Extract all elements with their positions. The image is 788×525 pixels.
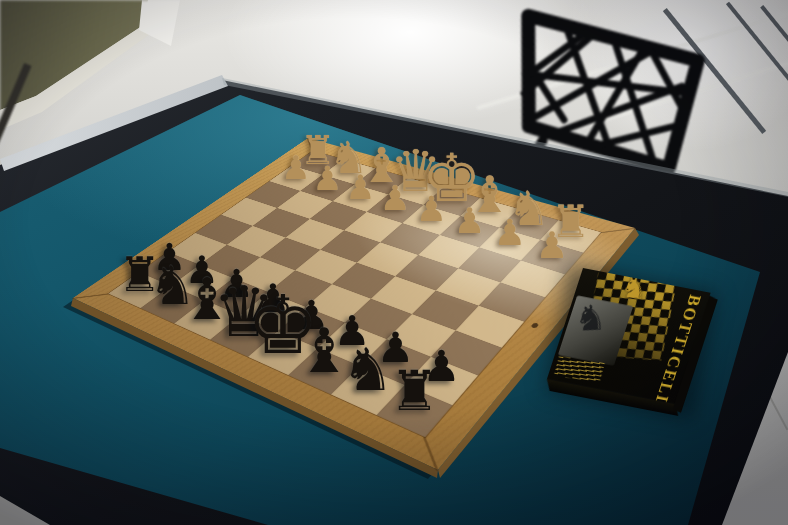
piece-white-pawn[interactable]: ♟ [494, 215, 526, 251]
piece-white-pawn[interactable]: ♟ [536, 227, 569, 264]
piece-white-pawn[interactable]: ♟ [416, 192, 447, 227]
piece-black-rook[interactable]: ♜ [390, 365, 440, 420]
piece-white-pawn[interactable]: ♟ [454, 203, 486, 238]
piece-white-pawn[interactable]: ♟ [380, 181, 411, 215]
photo-scene: ♜♞♝♛♚♝♞♜♟♟♟♟♟♟♟♟♟♟♟♟♟♟♟♟♜♞♝♛♚♝♞♜ ♞ ♞ BOT… [0, 0, 788, 525]
piece-white-pawn[interactable]: ♟ [312, 161, 342, 194]
piece-black-knight[interactable]: ♞ [342, 341, 395, 400]
knight-art-icon: ♞ [573, 300, 609, 337]
piece-white-pawn[interactable]: ♟ [281, 152, 310, 185]
piece-white-pawn[interactable]: ♟ [345, 171, 375, 205]
